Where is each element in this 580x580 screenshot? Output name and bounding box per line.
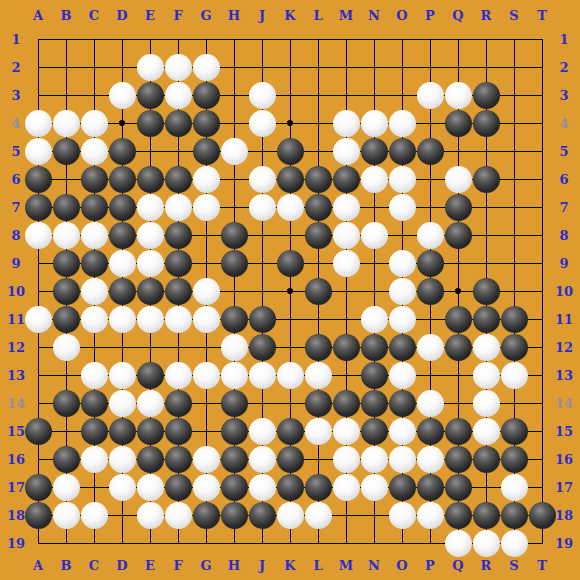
white-stone[interactable] bbox=[417, 502, 444, 529]
white-stone[interactable] bbox=[445, 166, 472, 193]
white-stone[interactable] bbox=[389, 278, 416, 305]
white-stone[interactable] bbox=[333, 250, 360, 277]
column-label: P bbox=[425, 559, 435, 572]
row-label: 11 bbox=[555, 313, 573, 326]
column-label: E bbox=[145, 559, 155, 572]
black-stone[interactable] bbox=[81, 194, 108, 221]
column-label: B bbox=[61, 9, 72, 22]
grid-line bbox=[542, 39, 543, 544]
black-stone[interactable] bbox=[165, 418, 192, 445]
white-stone[interactable] bbox=[389, 362, 416, 389]
black-stone[interactable] bbox=[305, 166, 332, 193]
white-stone[interactable] bbox=[333, 222, 360, 249]
column-label: S bbox=[509, 9, 518, 22]
black-stone[interactable] bbox=[501, 502, 528, 529]
row-label: 3 bbox=[559, 89, 568, 102]
row-label: 16 bbox=[555, 453, 573, 466]
black-stone[interactable] bbox=[277, 446, 304, 473]
white-stone[interactable] bbox=[193, 362, 220, 389]
black-stone[interactable] bbox=[445, 306, 472, 333]
row-label: 13 bbox=[555, 369, 573, 382]
column-label: K bbox=[284, 559, 295, 572]
white-stone[interactable] bbox=[137, 502, 164, 529]
black-stone[interactable] bbox=[277, 250, 304, 277]
row-label: 2 bbox=[559, 61, 568, 74]
black-stone[interactable] bbox=[53, 306, 80, 333]
white-stone[interactable] bbox=[81, 222, 108, 249]
row-label: 12 bbox=[7, 341, 25, 354]
black-stone[interactable] bbox=[333, 390, 360, 417]
row-label: 6 bbox=[559, 173, 568, 186]
white-stone[interactable] bbox=[109, 390, 136, 417]
white-stone[interactable] bbox=[417, 446, 444, 473]
white-stone[interactable] bbox=[137, 306, 164, 333]
white-stone[interactable] bbox=[473, 362, 500, 389]
white-stone[interactable] bbox=[221, 334, 248, 361]
white-stone[interactable] bbox=[417, 222, 444, 249]
black-stone[interactable] bbox=[445, 502, 472, 529]
black-stone[interactable] bbox=[193, 82, 220, 109]
column-label: C bbox=[89, 559, 99, 572]
white-stone[interactable] bbox=[277, 362, 304, 389]
white-stone[interactable] bbox=[473, 530, 500, 557]
white-stone[interactable] bbox=[25, 306, 52, 333]
white-stone[interactable] bbox=[473, 390, 500, 417]
column-label: J bbox=[259, 9, 265, 22]
black-stone[interactable] bbox=[473, 446, 500, 473]
row-label: 12 bbox=[555, 341, 573, 354]
white-stone[interactable] bbox=[53, 502, 80, 529]
black-stone[interactable] bbox=[193, 138, 220, 165]
row-label: 8 bbox=[11, 229, 20, 242]
white-stone[interactable] bbox=[109, 250, 136, 277]
black-stone[interactable] bbox=[25, 194, 52, 221]
white-stone[interactable] bbox=[249, 474, 276, 501]
black-stone[interactable] bbox=[417, 138, 444, 165]
column-label: H bbox=[228, 559, 240, 572]
black-stone[interactable] bbox=[277, 474, 304, 501]
row-label: 7 bbox=[559, 201, 568, 214]
white-stone[interactable] bbox=[193, 446, 220, 473]
black-stone[interactable] bbox=[501, 418, 528, 445]
white-stone[interactable] bbox=[109, 306, 136, 333]
black-stone[interactable] bbox=[109, 194, 136, 221]
black-stone[interactable] bbox=[53, 278, 80, 305]
white-stone[interactable] bbox=[417, 82, 444, 109]
black-stone[interactable] bbox=[473, 306, 500, 333]
white-stone[interactable] bbox=[445, 82, 472, 109]
white-stone[interactable] bbox=[445, 530, 472, 557]
white-stone[interactable] bbox=[417, 390, 444, 417]
black-stone[interactable] bbox=[137, 362, 164, 389]
column-label: A bbox=[33, 9, 43, 22]
column-label: R bbox=[481, 559, 492, 572]
black-stone[interactable] bbox=[53, 390, 80, 417]
column-label: R bbox=[481, 9, 492, 22]
white-stone[interactable] bbox=[249, 166, 276, 193]
black-stone[interactable] bbox=[445, 446, 472, 473]
row-label: 19 bbox=[7, 537, 25, 550]
white-stone[interactable] bbox=[333, 474, 360, 501]
white-stone[interactable] bbox=[389, 502, 416, 529]
black-stone[interactable] bbox=[193, 502, 220, 529]
black-stone[interactable] bbox=[53, 250, 80, 277]
black-stone[interactable] bbox=[305, 278, 332, 305]
column-label: A bbox=[33, 559, 43, 572]
black-stone[interactable] bbox=[53, 138, 80, 165]
black-stone[interactable] bbox=[221, 250, 248, 277]
white-stone[interactable] bbox=[193, 278, 220, 305]
white-stone[interactable] bbox=[81, 362, 108, 389]
black-stone[interactable] bbox=[529, 502, 556, 529]
white-stone[interactable] bbox=[361, 446, 388, 473]
white-stone[interactable] bbox=[165, 194, 192, 221]
row-label: 17 bbox=[555, 481, 573, 494]
black-stone[interactable] bbox=[501, 446, 528, 473]
black-stone[interactable] bbox=[445, 222, 472, 249]
black-stone[interactable] bbox=[137, 82, 164, 109]
black-stone[interactable] bbox=[361, 138, 388, 165]
white-stone[interactable] bbox=[137, 194, 164, 221]
column-label: F bbox=[173, 9, 182, 22]
black-stone[interactable] bbox=[53, 194, 80, 221]
black-stone[interactable] bbox=[249, 306, 276, 333]
black-stone[interactable] bbox=[25, 502, 52, 529]
row-label: 9 bbox=[559, 257, 568, 270]
white-stone[interactable] bbox=[361, 110, 388, 137]
white-stone[interactable] bbox=[333, 446, 360, 473]
column-label: G bbox=[200, 559, 211, 572]
white-stone[interactable] bbox=[249, 418, 276, 445]
black-stone[interactable] bbox=[417, 278, 444, 305]
white-stone[interactable] bbox=[277, 502, 304, 529]
black-stone[interactable] bbox=[305, 474, 332, 501]
row-label: 15 bbox=[7, 425, 25, 438]
white-stone[interactable] bbox=[389, 446, 416, 473]
black-stone[interactable] bbox=[277, 138, 304, 165]
white-stone[interactable] bbox=[137, 250, 164, 277]
white-stone[interactable] bbox=[193, 166, 220, 193]
white-stone[interactable] bbox=[193, 474, 220, 501]
column-label: L bbox=[313, 559, 322, 572]
row-label: 10 bbox=[7, 285, 25, 298]
black-stone[interactable] bbox=[305, 222, 332, 249]
column-label: J bbox=[259, 559, 265, 572]
row-label: 8 bbox=[559, 229, 568, 242]
black-stone[interactable] bbox=[137, 446, 164, 473]
row-label: 3 bbox=[11, 89, 20, 102]
black-stone[interactable] bbox=[277, 418, 304, 445]
black-stone[interactable] bbox=[389, 390, 416, 417]
white-stone[interactable] bbox=[193, 306, 220, 333]
black-stone[interactable] bbox=[109, 138, 136, 165]
black-stone[interactable] bbox=[445, 474, 472, 501]
white-stone[interactable] bbox=[501, 474, 528, 501]
white-stone[interactable] bbox=[137, 54, 164, 81]
white-stone[interactable] bbox=[249, 446, 276, 473]
black-stone[interactable] bbox=[165, 390, 192, 417]
white-stone[interactable] bbox=[53, 334, 80, 361]
row-label: 7 bbox=[11, 201, 20, 214]
row-label: 15 bbox=[555, 425, 573, 438]
row-label: 14 bbox=[555, 397, 573, 410]
black-stone[interactable] bbox=[109, 418, 136, 445]
black-stone[interactable] bbox=[81, 166, 108, 193]
row-label: 1 bbox=[11, 33, 20, 46]
star-point bbox=[287, 120, 293, 126]
black-stone[interactable] bbox=[81, 418, 108, 445]
black-stone[interactable] bbox=[221, 390, 248, 417]
black-stone[interactable] bbox=[305, 194, 332, 221]
column-label: Q bbox=[452, 9, 463, 22]
white-stone[interactable] bbox=[81, 138, 108, 165]
black-stone[interactable] bbox=[25, 474, 52, 501]
black-stone[interactable] bbox=[165, 278, 192, 305]
black-stone[interactable] bbox=[501, 306, 528, 333]
white-stone[interactable] bbox=[193, 194, 220, 221]
black-stone[interactable] bbox=[277, 166, 304, 193]
row-label: 2 bbox=[11, 61, 20, 74]
row-label: 18 bbox=[7, 509, 25, 522]
white-stone[interactable] bbox=[25, 110, 52, 137]
white-stone[interactable] bbox=[501, 530, 528, 557]
row-label: 4 bbox=[11, 117, 20, 130]
black-stone[interactable] bbox=[389, 474, 416, 501]
white-stone[interactable] bbox=[109, 474, 136, 501]
row-label: 17 bbox=[7, 481, 25, 494]
white-stone[interactable] bbox=[361, 166, 388, 193]
black-stone[interactable] bbox=[305, 334, 332, 361]
black-stone[interactable] bbox=[361, 390, 388, 417]
black-stone[interactable] bbox=[473, 278, 500, 305]
white-stone[interactable] bbox=[305, 362, 332, 389]
row-label: 11 bbox=[7, 313, 25, 326]
black-stone[interactable] bbox=[473, 502, 500, 529]
white-stone[interactable] bbox=[53, 222, 80, 249]
black-stone[interactable] bbox=[109, 278, 136, 305]
black-stone[interactable] bbox=[137, 110, 164, 137]
column-label: F bbox=[173, 559, 182, 572]
white-stone[interactable] bbox=[53, 110, 80, 137]
white-stone[interactable] bbox=[249, 110, 276, 137]
column-label: P bbox=[425, 9, 435, 22]
go-board[interactable]: AABBCCDDEEFFGGHHJJKKLLMMNNOOPPQQRRSSTT11… bbox=[0, 0, 580, 580]
column-label: E bbox=[145, 9, 155, 22]
black-stone[interactable] bbox=[473, 166, 500, 193]
black-stone[interactable] bbox=[361, 334, 388, 361]
column-label: M bbox=[339, 559, 353, 572]
black-stone[interactable] bbox=[221, 418, 248, 445]
black-stone[interactable] bbox=[109, 222, 136, 249]
white-stone[interactable] bbox=[81, 502, 108, 529]
black-stone[interactable] bbox=[165, 446, 192, 473]
black-stone[interactable] bbox=[417, 250, 444, 277]
white-stone[interactable] bbox=[389, 306, 416, 333]
white-stone[interactable] bbox=[333, 138, 360, 165]
black-stone[interactable] bbox=[193, 110, 220, 137]
row-label: 10 bbox=[555, 285, 573, 298]
black-stone[interactable] bbox=[221, 474, 248, 501]
white-stone[interactable] bbox=[389, 110, 416, 137]
black-stone[interactable] bbox=[165, 166, 192, 193]
row-label: 6 bbox=[11, 173, 20, 186]
white-stone[interactable] bbox=[361, 474, 388, 501]
black-stone[interactable] bbox=[221, 222, 248, 249]
white-stone[interactable] bbox=[81, 110, 108, 137]
black-stone[interactable] bbox=[305, 390, 332, 417]
black-stone[interactable] bbox=[137, 166, 164, 193]
white-stone[interactable] bbox=[165, 502, 192, 529]
column-label: N bbox=[368, 9, 380, 22]
black-stone[interactable] bbox=[165, 222, 192, 249]
white-stone[interactable] bbox=[361, 222, 388, 249]
white-stone[interactable] bbox=[249, 194, 276, 221]
white-stone[interactable] bbox=[25, 138, 52, 165]
white-stone[interactable] bbox=[249, 82, 276, 109]
white-stone[interactable] bbox=[333, 418, 360, 445]
white-stone[interactable] bbox=[109, 362, 136, 389]
white-stone[interactable] bbox=[109, 446, 136, 473]
white-stone[interactable] bbox=[277, 194, 304, 221]
star-point bbox=[287, 288, 293, 294]
white-stone[interactable] bbox=[165, 82, 192, 109]
black-stone[interactable] bbox=[445, 110, 472, 137]
column-label: K bbox=[284, 9, 295, 22]
black-stone[interactable] bbox=[221, 502, 248, 529]
column-label: L bbox=[313, 9, 322, 22]
black-stone[interactable] bbox=[389, 138, 416, 165]
black-stone[interactable] bbox=[361, 362, 388, 389]
black-stone[interactable] bbox=[445, 334, 472, 361]
black-stone[interactable] bbox=[109, 166, 136, 193]
black-stone[interactable] bbox=[165, 110, 192, 137]
white-stone[interactable] bbox=[361, 306, 388, 333]
black-stone[interactable] bbox=[165, 250, 192, 277]
black-stone[interactable] bbox=[25, 166, 52, 193]
white-stone[interactable] bbox=[137, 390, 164, 417]
row-label: 13 bbox=[7, 369, 25, 382]
black-stone[interactable] bbox=[473, 82, 500, 109]
black-stone[interactable] bbox=[25, 418, 52, 445]
column-label: O bbox=[396, 9, 407, 22]
column-label: T bbox=[537, 9, 547, 22]
black-stone[interactable] bbox=[473, 110, 500, 137]
column-label: O bbox=[396, 559, 407, 572]
black-stone[interactable] bbox=[417, 474, 444, 501]
white-stone[interactable] bbox=[25, 222, 52, 249]
black-stone[interactable] bbox=[417, 418, 444, 445]
black-stone[interactable] bbox=[81, 390, 108, 417]
white-stone[interactable] bbox=[165, 306, 192, 333]
white-stone[interactable] bbox=[305, 418, 332, 445]
white-stone[interactable] bbox=[389, 418, 416, 445]
white-stone[interactable] bbox=[221, 362, 248, 389]
row-label: 1 bbox=[559, 33, 568, 46]
white-stone[interactable] bbox=[81, 306, 108, 333]
white-stone[interactable] bbox=[389, 194, 416, 221]
black-stone[interactable] bbox=[361, 418, 388, 445]
black-stone[interactable] bbox=[333, 334, 360, 361]
white-stone[interactable] bbox=[137, 222, 164, 249]
black-stone[interactable] bbox=[137, 278, 164, 305]
white-stone[interactable] bbox=[137, 474, 164, 501]
column-label: N bbox=[368, 559, 380, 572]
white-stone[interactable] bbox=[53, 474, 80, 501]
white-stone[interactable] bbox=[193, 54, 220, 81]
white-stone[interactable] bbox=[221, 138, 248, 165]
black-stone[interactable] bbox=[501, 334, 528, 361]
white-stone[interactable] bbox=[165, 362, 192, 389]
column-label: S bbox=[509, 559, 518, 572]
row-label: 5 bbox=[559, 145, 568, 158]
black-stone[interactable] bbox=[333, 166, 360, 193]
row-label: 9 bbox=[11, 257, 20, 270]
row-label: 5 bbox=[11, 145, 20, 158]
black-stone[interactable] bbox=[165, 474, 192, 501]
row-label: 19 bbox=[555, 537, 573, 550]
black-stone[interactable] bbox=[445, 194, 472, 221]
white-stone[interactable] bbox=[389, 166, 416, 193]
white-stone[interactable] bbox=[165, 54, 192, 81]
column-label: T bbox=[537, 559, 547, 572]
white-stone[interactable] bbox=[333, 194, 360, 221]
row-label: 4 bbox=[559, 117, 568, 130]
white-stone[interactable] bbox=[473, 418, 500, 445]
column-label: H bbox=[228, 9, 240, 22]
white-stone[interactable] bbox=[109, 82, 136, 109]
column-label: M bbox=[339, 9, 353, 22]
white-stone[interactable] bbox=[305, 502, 332, 529]
row-label: 14 bbox=[7, 397, 25, 410]
column-label: D bbox=[116, 9, 127, 22]
row-label: 18 bbox=[555, 509, 573, 522]
white-stone[interactable] bbox=[333, 110, 360, 137]
black-stone[interactable] bbox=[445, 418, 472, 445]
black-stone[interactable] bbox=[53, 446, 80, 473]
column-label: B bbox=[61, 559, 72, 572]
black-stone[interactable] bbox=[249, 334, 276, 361]
white-stone[interactable] bbox=[81, 446, 108, 473]
black-stone[interactable] bbox=[81, 250, 108, 277]
white-stone[interactable] bbox=[389, 250, 416, 277]
column-label: D bbox=[116, 559, 127, 572]
column-label: C bbox=[89, 9, 99, 22]
black-stone[interactable] bbox=[389, 334, 416, 361]
white-stone[interactable] bbox=[473, 334, 500, 361]
white-stone[interactable] bbox=[249, 362, 276, 389]
column-label: G bbox=[200, 9, 211, 22]
black-stone[interactable] bbox=[221, 446, 248, 473]
white-stone[interactable] bbox=[417, 334, 444, 361]
row-label: 16 bbox=[7, 453, 25, 466]
star-point bbox=[119, 120, 125, 126]
white-stone[interactable] bbox=[81, 278, 108, 305]
column-label: Q bbox=[452, 559, 463, 572]
black-stone[interactable] bbox=[137, 418, 164, 445]
star-point bbox=[455, 288, 461, 294]
white-stone[interactable] bbox=[501, 362, 528, 389]
black-stone[interactable] bbox=[249, 502, 276, 529]
black-stone[interactable] bbox=[221, 306, 248, 333]
